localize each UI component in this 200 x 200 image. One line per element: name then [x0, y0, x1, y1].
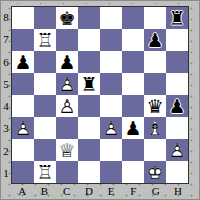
square-a5[interactable]: [12, 73, 34, 95]
square-b8[interactable]: [34, 7, 56, 29]
chess-board[interactable]: ♚♜♜♖♟♟♟♟♙♜♟♙♛♟♟♙♟♙♟♝♗♛♕♟♙♜♖♚♔: [11, 6, 189, 184]
file-label-d: D: [78, 185, 100, 199]
square-c4[interactable]: ♟♙: [56, 95, 78, 117]
black-rook-d5[interactable]: ♜: [78, 73, 100, 95]
square-e8[interactable]: [100, 7, 122, 29]
square-e7[interactable]: [100, 29, 122, 51]
square-a3[interactable]: ♟♙: [12, 117, 34, 139]
square-e2[interactable]: [100, 139, 122, 161]
square-c8[interactable]: ♚: [56, 7, 78, 29]
file-label-c: C: [56, 185, 78, 199]
square-g1[interactable]: ♚♔: [144, 161, 166, 183]
white-queen-c2[interactable]: ♛♕: [56, 139, 78, 161]
square-h7[interactable]: [166, 29, 188, 51]
rank-label-6: 6: [1, 51, 11, 73]
square-a8[interactable]: [12, 7, 34, 29]
square-g5[interactable]: [144, 73, 166, 95]
square-f4[interactable]: [122, 95, 144, 117]
square-e4[interactable]: [100, 95, 122, 117]
black-pawn-a6[interactable]: ♟: [12, 51, 34, 73]
square-d5[interactable]: ♜: [78, 73, 100, 95]
square-a6[interactable]: ♟: [12, 51, 34, 73]
white-pawn-e3[interactable]: ♟♙: [100, 117, 122, 139]
square-a7[interactable]: [12, 29, 34, 51]
black-pawn-c6[interactable]: ♟: [56, 51, 78, 73]
square-f6[interactable]: [122, 51, 144, 73]
square-h1[interactable]: [166, 161, 188, 183]
square-b6[interactable]: [34, 51, 56, 73]
piece-outline: ♔: [144, 161, 166, 183]
black-rook-h8[interactable]: ♜: [166, 7, 188, 29]
file-label-f: F: [122, 185, 144, 199]
square-f5[interactable]: [122, 73, 144, 95]
white-bishop-g3[interactable]: ♝♗: [144, 117, 166, 139]
square-c5[interactable]: ♟♙: [56, 73, 78, 95]
square-b4[interactable]: [34, 95, 56, 117]
square-c2[interactable]: ♛♕: [56, 139, 78, 161]
black-queen-g4[interactable]: ♛: [144, 95, 166, 117]
piece-outline: ♙: [166, 139, 188, 161]
piece-outline: ♕: [56, 139, 78, 161]
square-e1[interactable]: [100, 161, 122, 183]
square-a1[interactable]: [12, 161, 34, 183]
file-label-b: B: [33, 185, 55, 199]
white-rook-b7[interactable]: ♜♖: [34, 29, 56, 51]
square-d1[interactable]: [78, 161, 100, 183]
square-g3[interactable]: ♝♗: [144, 117, 166, 139]
piece-outline: ♙: [56, 95, 78, 117]
piece-outline: ♗: [144, 117, 166, 139]
square-e3[interactable]: ♟♙: [100, 117, 122, 139]
file-label-h: H: [167, 185, 189, 199]
square-f1[interactable]: [122, 161, 144, 183]
square-h5[interactable]: [166, 73, 188, 95]
square-b1[interactable]: ♜♖: [34, 161, 56, 183]
piece-outline: ♖: [34, 161, 56, 183]
black-pawn-g7[interactable]: ♟: [144, 29, 166, 51]
square-g6[interactable]: [144, 51, 166, 73]
square-b5[interactable]: [34, 73, 56, 95]
square-d6[interactable]: [78, 51, 100, 73]
square-g4[interactable]: ♛: [144, 95, 166, 117]
square-f8[interactable]: [122, 7, 144, 29]
square-d7[interactable]: [78, 29, 100, 51]
square-c1[interactable]: [56, 161, 78, 183]
file-labels: ABCDEFGH: [11, 185, 189, 199]
piece-outline: ♖: [34, 29, 56, 51]
square-b7[interactable]: ♜♖: [34, 29, 56, 51]
white-pawn-c4[interactable]: ♟♙: [56, 95, 78, 117]
square-c3[interactable]: [56, 117, 78, 139]
rank-label-1: 1: [1, 162, 11, 184]
rank-label-8: 8: [1, 6, 11, 28]
white-pawn-a3[interactable]: ♟♙: [12, 117, 34, 139]
piece-outline: ♙: [100, 117, 122, 139]
rank-label-7: 7: [1, 28, 11, 50]
square-h8[interactable]: ♜: [166, 7, 188, 29]
square-b2[interactable]: [34, 139, 56, 161]
file-label-g: G: [145, 185, 167, 199]
black-pawn-f3[interactable]: ♟: [122, 117, 144, 139]
rank-labels: 87654321: [1, 6, 11, 184]
chess-board-frame: 87654321 ♚♜♜♖♟♟♟♟♙♜♟♙♛♟♟♙♟♙♟♝♗♛♕♟♙♜♖♚♔ A…: [0, 0, 200, 200]
white-rook-b1[interactable]: ♜♖: [34, 161, 56, 183]
black-king-c8[interactable]: ♚: [56, 7, 78, 29]
square-h6[interactable]: [166, 51, 188, 73]
square-d2[interactable]: [78, 139, 100, 161]
black-pawn-h4[interactable]: ♟: [166, 95, 188, 117]
square-g7[interactable]: ♟: [144, 29, 166, 51]
square-e5[interactable]: [100, 73, 122, 95]
square-f7[interactable]: [122, 29, 144, 51]
rank-label-2: 2: [1, 140, 11, 162]
square-d4[interactable]: [78, 95, 100, 117]
file-label-e: E: [100, 185, 122, 199]
square-h3[interactable]: [166, 117, 188, 139]
square-b3[interactable]: [34, 117, 56, 139]
square-a4[interactable]: [12, 95, 34, 117]
square-d8[interactable]: [78, 7, 100, 29]
square-f3[interactable]: ♟: [122, 117, 144, 139]
square-f2[interactable]: [122, 139, 144, 161]
square-a2[interactable]: [12, 139, 34, 161]
square-g8[interactable]: [144, 7, 166, 29]
file-label-a: A: [11, 185, 33, 199]
square-d3[interactable]: [78, 117, 100, 139]
piece-outline: ♙: [12, 117, 34, 139]
square-c7[interactable]: [56, 29, 78, 51]
square-g2[interactable]: [144, 139, 166, 161]
rank-label-5: 5: [1, 73, 11, 95]
piece-outline: ♙: [56, 73, 78, 95]
rank-label-3: 3: [1, 117, 11, 139]
white-king-g1[interactable]: ♚♔: [144, 161, 166, 183]
white-pawn-c5[interactable]: ♟♙: [56, 73, 78, 95]
square-h4[interactable]: ♟: [166, 95, 188, 117]
square-c6[interactable]: ♟: [56, 51, 78, 73]
rank-label-4: 4: [1, 95, 11, 117]
square-e6[interactable]: [100, 51, 122, 73]
square-h2[interactable]: ♟♙: [166, 139, 188, 161]
white-pawn-h2[interactable]: ♟♙: [166, 139, 188, 161]
